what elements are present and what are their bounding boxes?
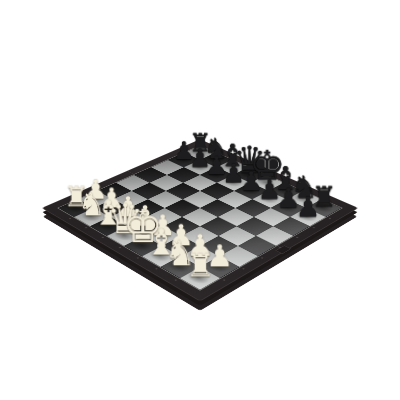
- rivet: [261, 257, 264, 259]
- board-frame: ♜♞♝♛♚♝♞♜♟♟♟♟♟♟♟♟♟♟♟♟♟♟♟♟♜♞♝♛♚♝♞♜: [42, 139, 359, 301]
- rivet: [174, 279, 177, 281]
- board-surface: ♜♞♝♛♚♝♞♜♟♟♟♟♟♟♟♟♟♟♟♟♟♟♟♟♜♞♝♛♚♝♞♜: [59, 146, 342, 290]
- rivet: [118, 247, 121, 249]
- rivet: [329, 218, 332, 219]
- black-pawn-glyph: ♟: [296, 193, 321, 220]
- rivet: [296, 237, 299, 239]
- rivet: [242, 268, 245, 270]
- rivet: [69, 218, 72, 219]
- rivet: [85, 227, 88, 229]
- product-photo: ♜♞♝♛♚♝♞♜♟♟♟♟♟♟♟♟♟♟♟♟♟♟♟♟♜♞♝♛♚♝♞♜: [0, 0, 400, 400]
- white-rook-glyph: ♜: [186, 250, 215, 282]
- rivet: [101, 237, 104, 239]
- rivet: [223, 279, 226, 281]
- square-h1: ♜: [180, 267, 220, 290]
- square-e5: [200, 199, 235, 217]
- chess-board-3d: ♜♞♝♛♚♝♞♜♟♟♟♟♟♟♟♟♟♟♟♟♟♟♟♟♜♞♝♛♚♝♞♜: [42, 139, 359, 301]
- rivet: [136, 257, 139, 259]
- rivet: [312, 227, 315, 229]
- rivet: [155, 268, 158, 270]
- board-squares: ♜♞♝♛♚♝♞♜♟♟♟♟♟♟♟♟♟♟♟♟♟♟♟♟♜♞♝♛♚♝♞♜: [59, 146, 342, 290]
